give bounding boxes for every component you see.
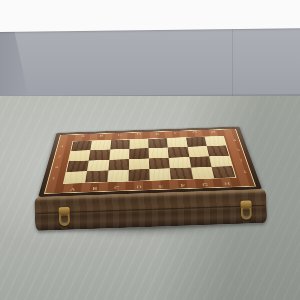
coordinate-label: B [83, 186, 106, 192]
coordinate-label: 2 [51, 161, 63, 172]
product-photo-scene: ABCDEFGH ABCDEFGH 4321 4321 [0, 0, 300, 300]
coordinate-label: B [92, 133, 111, 138]
brass-clasp-right [238, 200, 253, 220]
coordinate-label: E [150, 183, 172, 189]
coordinate-label: G [194, 182, 217, 188]
square-d1 [128, 169, 149, 181]
clasp-hook-icon [58, 214, 69, 226]
coordinate-label: D [128, 184, 150, 190]
square-h2 [209, 155, 232, 166]
coordinate-label: G [185, 130, 204, 135]
square-b2 [87, 160, 109, 171]
coordinate-label: 3 [54, 151, 65, 162]
coordinate-label: E [148, 132, 167, 137]
coordinate-label: 1 [239, 166, 252, 178]
coordinate-label: F [172, 183, 195, 189]
coordinate-label: 4 [229, 135, 241, 145]
coordinate-label: H [215, 181, 239, 187]
coordinate-label: C [105, 185, 127, 191]
coordinate-label: 4 [56, 141, 67, 151]
square-h1 [211, 166, 235, 178]
chess-case: ABCDEFGH ABCDEFGH 4321 4321 [0, 0, 300, 300]
board-top-wrap: ABCDEFGH ABCDEFGH 4321 4321 [33, 54, 262, 197]
chess-board-lid: ABCDEFGH ABCDEFGH 4321 4321 [38, 127, 262, 197]
coordinate-label: 3 [232, 145, 244, 155]
checkerboard-field [63, 136, 237, 184]
brass-clasp-left [57, 207, 72, 227]
coordinate-label: 1 [48, 172, 61, 184]
coordinate-border: ABCDEFGH ABCDEFGH 4321 4321 [44, 129, 256, 194]
coordinate-label: D [129, 132, 148, 137]
coordinate-label: A [61, 186, 84, 192]
lid-base-seam [37, 205, 265, 215]
clasp-hook-icon [240, 207, 251, 219]
square-c2 [108, 159, 129, 170]
coordinate-label: H [203, 130, 223, 135]
square-a1 [64, 171, 87, 183]
coordinate-label: C [111, 133, 130, 138]
square-f1 [170, 167, 193, 179]
coordinate-label: 2 [235, 155, 248, 166]
square-e2 [149, 158, 170, 169]
square-g2 [189, 156, 211, 167]
square-c1 [107, 170, 129, 182]
square-a2 [67, 160, 89, 171]
square-d2 [129, 158, 150, 169]
square-e1 [149, 168, 171, 180]
square-f2 [169, 157, 191, 168]
square-b1 [85, 170, 107, 182]
square-g1 [191, 167, 214, 179]
coordinate-label: A [73, 134, 92, 139]
coordinate-label: F [166, 131, 185, 136]
